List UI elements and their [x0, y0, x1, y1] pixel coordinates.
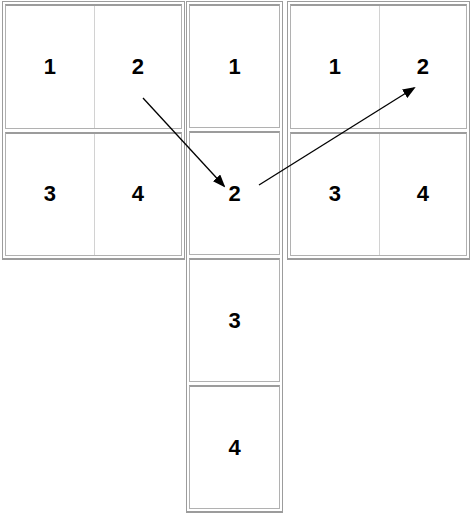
left-grid-cell-4: 4 [94, 134, 182, 256]
middle-column-box-2: 2 [189, 131, 280, 255]
left-grid-cell-2: 2 [94, 6, 182, 128]
right-grid-panel: 1 2 3 4 [287, 1, 470, 260]
middle-column-box-1: 1 [189, 4, 280, 128]
right-grid-row-1: 1 2 [290, 4, 467, 129]
middle-column-cell-4: 4 [190, 387, 279, 508]
middle-column-cell-3: 3 [190, 260, 279, 381]
right-grid-cell-4: 4 [379, 134, 467, 256]
middle-column-panel: 1 2 3 4 [186, 1, 283, 513]
left-grid-panel: 1 2 3 4 [2, 1, 185, 260]
middle-column-box-3: 3 [189, 258, 280, 382]
middle-column-cell-2: 2 [190, 133, 279, 254]
right-grid-cell-3: 3 [291, 134, 379, 256]
left-grid-cell-3: 3 [6, 134, 94, 256]
middle-column-box-4: 4 [189, 385, 280, 509]
left-grid-row-1: 1 2 [5, 4, 182, 129]
left-grid-row-2: 3 4 [5, 132, 182, 257]
middle-column-cell-1: 1 [190, 6, 279, 127]
diagram-canvas: 1 2 3 4 1 2 3 4 1 2 3 4 [0, 0, 472, 515]
right-grid-cell-1: 1 [291, 6, 379, 128]
right-grid-row-2: 3 4 [290, 132, 467, 257]
left-grid-cell-1: 1 [6, 6, 94, 128]
right-grid-cell-2: 2 [379, 6, 467, 128]
